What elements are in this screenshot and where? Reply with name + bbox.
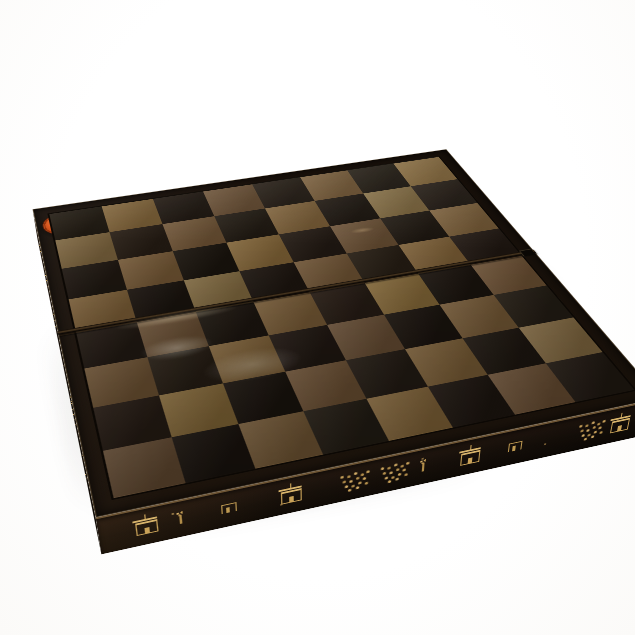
- photo-scene: [0, 0, 635, 635]
- tree-gilt-motif: [179, 516, 182, 524]
- white-checker-r4c8[interactable]: [459, 233, 516, 261]
